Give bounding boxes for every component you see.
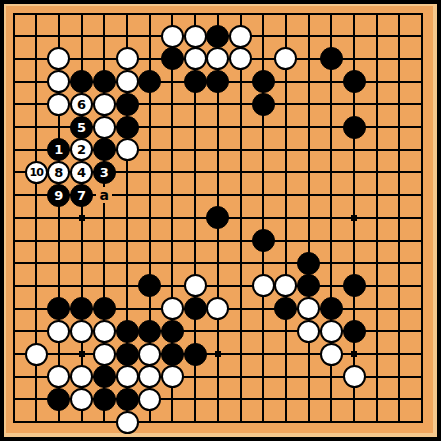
stone-black[interactable] <box>161 343 184 366</box>
point-label-a: a <box>96 187 112 203</box>
stone-black[interactable] <box>116 388 139 411</box>
stone-white[interactable] <box>70 388 93 411</box>
stone-white-move-8[interactable]: 8 <box>47 161 70 184</box>
stone-white[interactable] <box>206 297 229 320</box>
stone-black[interactable] <box>343 70 366 93</box>
stone-black[interactable] <box>252 70 275 93</box>
star-point <box>79 351 85 357</box>
stone-white[interactable] <box>161 25 184 48</box>
stone-black[interactable] <box>184 297 207 320</box>
stone-black[interactable] <box>206 70 229 93</box>
stone-white[interactable] <box>206 47 229 70</box>
stone-black[interactable] <box>93 297 116 320</box>
stone-black-move-9[interactable]: 9 <box>47 184 70 207</box>
move-number: 2 <box>77 143 86 156</box>
stone-black[interactable] <box>70 297 93 320</box>
stone-black[interactable] <box>116 93 139 116</box>
stone-white[interactable] <box>47 320 70 343</box>
stone-black[interactable] <box>161 47 184 70</box>
stone-white[interactable] <box>320 320 343 343</box>
stone-black[interactable] <box>116 343 139 366</box>
move-number: 4 <box>77 166 86 179</box>
move-number: 3 <box>100 166 109 179</box>
stone-white[interactable] <box>93 116 116 139</box>
stone-black[interactable] <box>47 388 70 411</box>
stone-black[interactable] <box>138 274 161 297</box>
stone-black[interactable] <box>116 116 139 139</box>
grid-line-vertical <box>285 13 287 424</box>
stone-white[interactable] <box>47 93 70 116</box>
stone-white[interactable] <box>161 365 184 388</box>
star-point <box>351 351 357 357</box>
stone-white[interactable] <box>70 365 93 388</box>
stone-black[interactable] <box>297 274 320 297</box>
move-number: 1 <box>54 143 63 156</box>
stone-black[interactable] <box>184 70 207 93</box>
stone-black[interactable] <box>252 93 275 116</box>
stone-white[interactable] <box>229 25 252 48</box>
stone-black[interactable] <box>70 70 93 93</box>
grid-line-horizontal <box>13 421 424 423</box>
stone-white[interactable] <box>274 274 297 297</box>
stone-black[interactable] <box>320 297 343 320</box>
stone-white[interactable] <box>297 320 320 343</box>
stone-black[interactable] <box>206 206 229 229</box>
stone-white[interactable] <box>47 47 70 70</box>
go-board[interactable]: 65121084397a <box>0 0 441 441</box>
stone-white[interactable] <box>184 274 207 297</box>
stone-white[interactable] <box>320 343 343 366</box>
stone-white[interactable] <box>116 411 139 434</box>
stone-black[interactable] <box>343 320 366 343</box>
grid-line-vertical <box>240 13 242 424</box>
stone-white[interactable] <box>70 320 93 343</box>
stone-white[interactable] <box>93 320 116 343</box>
stone-white[interactable] <box>229 47 252 70</box>
stone-white[interactable] <box>343 365 366 388</box>
stone-white[interactable] <box>25 343 48 366</box>
stone-black[interactable] <box>252 229 275 252</box>
grid-line-vertical <box>398 13 400 424</box>
stone-black-move-3[interactable]: 3 <box>93 161 116 184</box>
stone-white[interactable] <box>184 25 207 48</box>
stone-white[interactable] <box>184 47 207 70</box>
stone-black[interactable] <box>161 320 184 343</box>
stone-black[interactable] <box>93 138 116 161</box>
star-point <box>351 215 357 221</box>
stone-black[interactable] <box>274 297 297 320</box>
stone-white[interactable] <box>161 297 184 320</box>
stone-white[interactable] <box>138 365 161 388</box>
move-number: 9 <box>54 189 63 202</box>
stone-black[interactable] <box>93 388 116 411</box>
stone-black[interactable] <box>93 70 116 93</box>
stone-black[interactable] <box>343 274 366 297</box>
stone-white[interactable] <box>116 70 139 93</box>
move-number: 10 <box>30 167 43 178</box>
stone-black[interactable] <box>138 320 161 343</box>
stone-black[interactable] <box>297 252 320 275</box>
stone-white[interactable] <box>116 47 139 70</box>
stone-black[interactable] <box>206 25 229 48</box>
stone-black[interactable] <box>343 116 366 139</box>
stone-white[interactable] <box>116 365 139 388</box>
stone-black-move-7[interactable]: 7 <box>70 184 93 207</box>
move-number: 6 <box>77 98 86 111</box>
star-point <box>79 215 85 221</box>
stone-white[interactable] <box>93 93 116 116</box>
stone-white[interactable] <box>47 365 70 388</box>
grid-line-vertical <box>308 13 310 424</box>
stone-white-move-4[interactable]: 4 <box>70 161 93 184</box>
star-point <box>215 351 221 357</box>
grid-line-horizontal <box>13 240 424 242</box>
stone-white-move-2[interactable]: 2 <box>70 138 93 161</box>
move-number: 5 <box>77 121 86 134</box>
stone-white[interactable] <box>47 70 70 93</box>
stone-black-move-5[interactable]: 5 <box>70 116 93 139</box>
grid-line-vertical <box>421 13 423 424</box>
stone-black[interactable] <box>138 70 161 93</box>
stone-white[interactable] <box>138 388 161 411</box>
stone-white[interactable] <box>252 274 275 297</box>
stone-black[interactable] <box>184 343 207 366</box>
stone-white[interactable] <box>274 47 297 70</box>
stone-white-move-10[interactable]: 10 <box>25 161 48 184</box>
grid-line-vertical <box>376 13 378 424</box>
stone-white[interactable] <box>93 343 116 366</box>
stone-white-move-6[interactable]: 6 <box>70 93 93 116</box>
stone-black[interactable] <box>47 297 70 320</box>
move-number: 7 <box>77 189 86 202</box>
move-number: 8 <box>54 166 63 179</box>
grid-line-horizontal <box>13 262 424 264</box>
stone-black[interactable] <box>93 365 116 388</box>
stone-black[interactable] <box>320 47 343 70</box>
stone-white[interactable] <box>297 297 320 320</box>
stone-black[interactable] <box>116 320 139 343</box>
stone-white[interactable] <box>138 343 161 366</box>
stone-white[interactable] <box>116 138 139 161</box>
stone-black-move-1[interactable]: 1 <box>47 138 70 161</box>
